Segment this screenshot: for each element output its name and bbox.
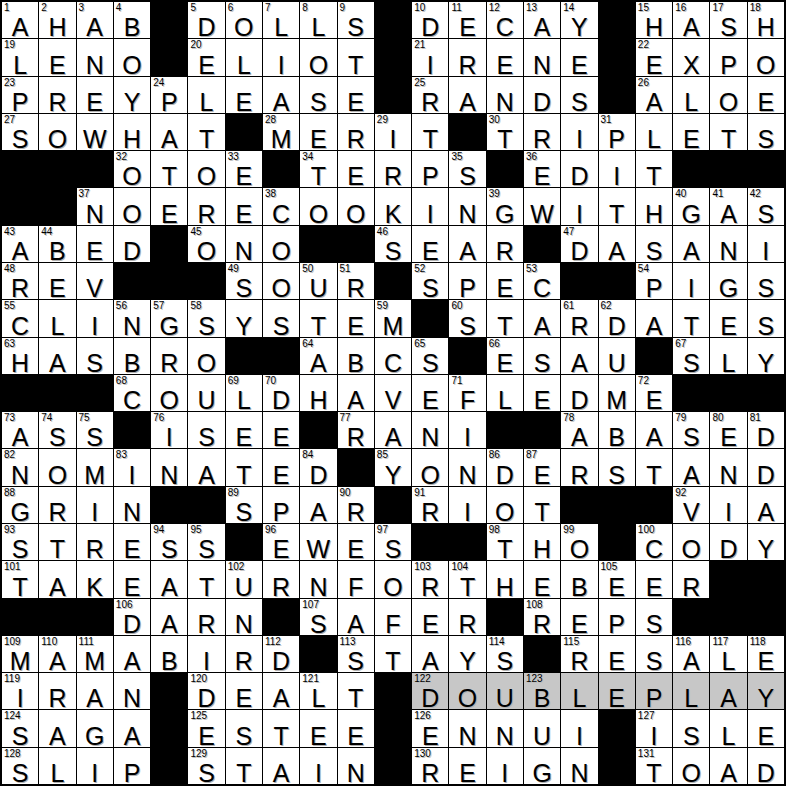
cell-r4c15[interactable]: R xyxy=(524,114,560,150)
cell-r18c4[interactable]: A xyxy=(114,636,150,672)
cell-r8c13[interactable]: P xyxy=(449,263,485,299)
cell-r9c3[interactable]: I xyxy=(77,300,113,336)
cell-r8c7[interactable]: 49S xyxy=(226,263,262,299)
cell-r7c4[interactable]: D xyxy=(114,226,150,262)
cell-r18c2[interactable]: 110A xyxy=(39,636,75,672)
cell-r3c16[interactable]: S xyxy=(561,77,597,113)
cell-r12c18[interactable]: A xyxy=(636,412,672,448)
cell-r6c7[interactable]: E xyxy=(226,188,262,224)
cell-r5c13[interactable]: 35S xyxy=(449,151,485,187)
cell-r6c18[interactable]: H xyxy=(636,188,672,224)
cell-r4c14[interactable]: 30T xyxy=(487,114,523,150)
cell-r16c2[interactable]: A xyxy=(39,561,75,597)
cell-r16c11[interactable]: O xyxy=(375,561,411,597)
cell-r12c3[interactable]: 75S xyxy=(77,412,113,448)
cell-r19c18[interactable]: P xyxy=(636,673,672,709)
cell-r6c9[interactable]: O xyxy=(300,188,336,224)
cell-r19c1[interactable]: 119I xyxy=(2,673,38,709)
cell-r6c3[interactable]: 37N xyxy=(77,188,113,224)
cell-r18c5[interactable]: B xyxy=(151,636,187,672)
cell-r1c19[interactable]: 16A xyxy=(673,2,709,38)
cell-r13c12[interactable]: O xyxy=(412,449,448,485)
cell-r10c1[interactable]: 63H xyxy=(2,338,38,374)
cell-r3c12[interactable]: 25R xyxy=(412,77,448,113)
cell-r7c7[interactable]: N xyxy=(226,226,262,262)
cell-r14c15[interactable]: T xyxy=(524,487,560,523)
cell-r7c12[interactable]: E xyxy=(412,226,448,262)
cell-r16c19[interactable]: R xyxy=(673,561,709,597)
cell-r10c21[interactable]: Y xyxy=(748,338,784,374)
cell-r3c19[interactable]: L xyxy=(673,77,709,113)
cell-r9c13[interactable]: 60S xyxy=(449,300,485,336)
cell-r4c8[interactable]: 28M xyxy=(263,114,299,150)
cell-r2c4[interactable]: O xyxy=(114,39,150,75)
cell-r16c18[interactable]: E xyxy=(636,561,672,597)
cell-r19c10[interactable]: T xyxy=(338,673,374,709)
cell-r19c8[interactable]: A xyxy=(263,673,299,709)
cell-r15c20[interactable]: D xyxy=(710,524,746,560)
cell-r7c2[interactable]: 44B xyxy=(39,226,75,262)
cell-r16c14[interactable]: H xyxy=(487,561,523,597)
cell-r4c6[interactable]: T xyxy=(188,114,224,150)
cell-r19c2[interactable]: R xyxy=(39,673,75,709)
cell-r13c18[interactable]: T xyxy=(636,449,672,485)
cell-r13c15[interactable]: 87E xyxy=(524,449,560,485)
cell-r3c14[interactable]: N xyxy=(487,77,523,113)
cell-r2c3[interactable]: N xyxy=(77,39,113,75)
cell-r18c3[interactable]: 111M xyxy=(77,636,113,672)
cell-r11c11[interactable]: V xyxy=(375,375,411,411)
cell-r7c17[interactable]: A xyxy=(599,226,635,262)
cell-r7c6[interactable]: 45O xyxy=(188,226,224,262)
cell-r10c17[interactable]: U xyxy=(599,338,635,374)
cell-r15c18[interactable]: 100C xyxy=(636,524,672,560)
cell-r12c19[interactable]: 79S xyxy=(673,412,709,448)
cell-r5c18[interactable]: T xyxy=(636,151,672,187)
cell-r4c18[interactable]: L xyxy=(636,114,672,150)
cell-r9c7[interactable]: Y xyxy=(226,300,262,336)
cell-r20c20[interactable]: L xyxy=(710,710,746,746)
cell-r3c13[interactable]: A xyxy=(449,77,485,113)
cell-r14c20[interactable]: I xyxy=(710,487,746,523)
cell-r15c5[interactable]: 94S xyxy=(151,524,187,560)
cell-r21c1[interactable]: 128S xyxy=(2,748,38,784)
cell-r19c9[interactable]: 121L xyxy=(300,673,336,709)
cell-r14c9[interactable]: A xyxy=(300,487,336,523)
cell-r10c2[interactable]: A xyxy=(39,338,75,374)
cell-r6c10[interactable]: O xyxy=(338,188,374,224)
cell-r6c11[interactable]: K xyxy=(375,188,411,224)
cell-r16c12[interactable]: 103R xyxy=(412,561,448,597)
cell-r20c18[interactable]: 127I xyxy=(636,710,672,746)
cell-r9c21[interactable]: S xyxy=(748,300,784,336)
cell-r19c7[interactable]: E xyxy=(226,673,262,709)
cell-r6c12[interactable]: I xyxy=(412,188,448,224)
cell-r15c8[interactable]: 96E xyxy=(263,524,299,560)
cell-r3c21[interactable]: E xyxy=(748,77,784,113)
cell-r11c18[interactable]: 72E xyxy=(636,375,672,411)
cell-r1c16[interactable]: 14Y xyxy=(561,2,597,38)
cell-r10c19[interactable]: 67S xyxy=(673,338,709,374)
cell-r9c4[interactable]: 56N xyxy=(114,300,150,336)
cell-r6c16[interactable]: I xyxy=(561,188,597,224)
cell-r19c4[interactable]: N xyxy=(114,673,150,709)
cell-r4c16[interactable]: I xyxy=(561,114,597,150)
cell-r19c12[interactable]: 122D xyxy=(412,673,448,709)
cell-r13c1[interactable]: 82N xyxy=(2,449,38,485)
cell-r18c11[interactable]: T xyxy=(375,636,411,672)
cell-r3c6[interactable]: L xyxy=(188,77,224,113)
cell-r2c10[interactable]: T xyxy=(338,39,374,75)
cell-r14c7[interactable]: 89S xyxy=(226,487,262,523)
cell-r1c20[interactable]: 17S xyxy=(710,2,746,38)
cell-r18c17[interactable]: E xyxy=(599,636,635,672)
cell-r18c21[interactable]: 118E xyxy=(748,636,784,672)
cell-r4c9[interactable]: E xyxy=(300,114,336,150)
cell-r21c15[interactable]: G xyxy=(524,748,560,784)
cell-r15c10[interactable]: E xyxy=(338,524,374,560)
cell-r2c1[interactable]: 19L xyxy=(2,39,38,75)
cell-r21c10[interactable]: N xyxy=(338,748,374,784)
cell-r12c11[interactable]: A xyxy=(375,412,411,448)
cell-r12c10[interactable]: 77R xyxy=(338,412,374,448)
cell-r11c17[interactable]: M xyxy=(599,375,635,411)
cell-r15c6[interactable]: 95S xyxy=(188,524,224,560)
cell-r17c6[interactable]: R xyxy=(188,599,224,635)
cell-r18c19[interactable]: 116A xyxy=(673,636,709,672)
cell-r9c11[interactable]: 59M xyxy=(375,300,411,336)
cell-r3c20[interactable]: O xyxy=(710,77,746,113)
cell-r16c9[interactable]: N xyxy=(300,561,336,597)
cell-r20c8[interactable]: T xyxy=(263,710,299,746)
cell-r16c16[interactable]: B xyxy=(561,561,597,597)
cell-r17c12[interactable]: E xyxy=(412,599,448,635)
cell-r20c21[interactable]: E xyxy=(748,710,784,746)
cell-r20c16[interactable]: I xyxy=(561,710,597,746)
cell-r8c14[interactable]: E xyxy=(487,263,523,299)
cell-r8c8[interactable]: O xyxy=(263,263,299,299)
cell-r12c20[interactable]: 80E xyxy=(710,412,746,448)
cell-r10c16[interactable]: A xyxy=(561,338,597,374)
cell-r19c20[interactable]: A xyxy=(710,673,746,709)
cell-r19c16[interactable]: L xyxy=(561,673,597,709)
cell-r15c1[interactable]: 93S xyxy=(2,524,38,560)
cell-r2c6[interactable]: 20E xyxy=(188,39,224,75)
cell-r8c1[interactable]: 48R xyxy=(2,263,38,299)
cell-r14c1[interactable]: 88G xyxy=(2,487,38,523)
cell-r8c10[interactable]: 51R xyxy=(338,263,374,299)
cell-r19c13[interactable]: O xyxy=(449,673,485,709)
cell-r13c4[interactable]: 83I xyxy=(114,449,150,485)
cell-r8c18[interactable]: 54P xyxy=(636,263,672,299)
cell-r3c1[interactable]: 23P xyxy=(2,77,38,113)
cell-r9c9[interactable]: T xyxy=(300,300,336,336)
cell-r1c21[interactable]: 18H xyxy=(748,2,784,38)
cell-r4c21[interactable]: S xyxy=(748,114,784,150)
cell-r10c9[interactable]: 64A xyxy=(300,338,336,374)
cell-r5c4[interactable]: 32O xyxy=(114,151,150,187)
cell-r16c10[interactable]: F xyxy=(338,561,374,597)
cell-r9c20[interactable]: E xyxy=(710,300,746,336)
cell-r18c18[interactable]: S xyxy=(636,636,672,672)
cell-r17c17[interactable]: P xyxy=(599,599,635,635)
cell-r14c2[interactable]: R xyxy=(39,487,75,523)
cell-r4c20[interactable]: T xyxy=(710,114,746,150)
cell-r1c2[interactable]: 2H xyxy=(39,2,75,38)
cell-r11c16[interactable]: D xyxy=(561,375,597,411)
cell-r20c12[interactable]: 126E xyxy=(412,710,448,746)
cell-r15c9[interactable]: W xyxy=(300,524,336,560)
cell-r11c10[interactable]: A xyxy=(338,375,374,411)
cell-r19c21[interactable]: Y xyxy=(748,673,784,709)
cell-r21c9[interactable]: I xyxy=(300,748,336,784)
cell-r6c6[interactable]: R xyxy=(188,188,224,224)
cell-r9c18[interactable]: A xyxy=(636,300,672,336)
cell-r11c5[interactable]: O xyxy=(151,375,187,411)
cell-r18c13[interactable]: Y xyxy=(449,636,485,672)
cell-r5c16[interactable]: D xyxy=(561,151,597,187)
cell-r20c13[interactable]: N xyxy=(449,710,485,746)
cell-r7c14[interactable]: R xyxy=(487,226,523,262)
cell-r1c7[interactable]: 6O xyxy=(226,2,262,38)
cell-r6c4[interactable]: O xyxy=(114,188,150,224)
cell-r18c16[interactable]: 115R xyxy=(561,636,597,672)
cell-r16c6[interactable]: T xyxy=(188,561,224,597)
cell-r6c20[interactable]: 41A xyxy=(710,188,746,224)
cell-r4c10[interactable]: R xyxy=(338,114,374,150)
cell-r2c21[interactable]: O xyxy=(748,39,784,75)
cell-r6c13[interactable]: N xyxy=(449,188,485,224)
cell-r5c9[interactable]: 34T xyxy=(300,151,336,187)
cell-r13c5[interactable]: N xyxy=(151,449,187,485)
cell-r17c15[interactable]: 108R xyxy=(524,599,560,635)
cell-r18c14[interactable]: 114S xyxy=(487,636,523,672)
cell-r15c11[interactable]: 97S xyxy=(375,524,411,560)
cell-r9c1[interactable]: 55C xyxy=(2,300,38,336)
cell-r19c14[interactable]: U xyxy=(487,673,523,709)
cell-r3c2[interactable]: R xyxy=(39,77,75,113)
cell-r1c1[interactable]: 1A xyxy=(2,2,38,38)
cell-r7c1[interactable]: 43A xyxy=(2,226,38,262)
cell-r11c4[interactable]: 68C xyxy=(114,375,150,411)
cell-r1c15[interactable]: 13A xyxy=(524,2,560,38)
cell-r10c5[interactable]: R xyxy=(151,338,187,374)
cell-r9c5[interactable]: 57G xyxy=(151,300,187,336)
cell-r3c18[interactable]: 26A xyxy=(636,77,672,113)
cell-r19c3[interactable]: A xyxy=(77,673,113,709)
cell-r13c7[interactable]: T xyxy=(226,449,262,485)
cell-r6c17[interactable]: T xyxy=(599,188,635,224)
cell-r11c15[interactable]: E xyxy=(524,375,560,411)
cell-r9c14[interactable]: T xyxy=(487,300,523,336)
cell-r13c8[interactable]: E xyxy=(263,449,299,485)
cell-r10c12[interactable]: 65S xyxy=(412,338,448,374)
cell-r19c17[interactable]: E xyxy=(599,673,635,709)
cell-r17c11[interactable]: F xyxy=(375,599,411,635)
cell-r18c6[interactable]: I xyxy=(188,636,224,672)
cell-r13c2[interactable]: O xyxy=(39,449,75,485)
cell-r12c6[interactable]: S xyxy=(188,412,224,448)
cell-r4c5[interactable]: A xyxy=(151,114,187,150)
cell-r14c8[interactable]: P xyxy=(263,487,299,523)
cell-r11c8[interactable]: 70D xyxy=(263,375,299,411)
cell-r8c20[interactable]: G xyxy=(710,263,746,299)
cell-r8c15[interactable]: 53C xyxy=(524,263,560,299)
cell-r3c15[interactable]: D xyxy=(524,77,560,113)
cell-r7c16[interactable]: 47D xyxy=(561,226,597,262)
cell-r16c15[interactable]: E xyxy=(524,561,560,597)
cell-r21c4[interactable]: P xyxy=(114,748,150,784)
cell-r3c10[interactable]: E xyxy=(338,77,374,113)
cell-r4c3[interactable]: W xyxy=(77,114,113,150)
cell-r14c14[interactable]: O xyxy=(487,487,523,523)
cell-r13c14[interactable]: 86D xyxy=(487,449,523,485)
cell-r14c12[interactable]: 91R xyxy=(412,487,448,523)
cell-r18c10[interactable]: 113S xyxy=(338,636,374,672)
cell-r5c6[interactable]: O xyxy=(188,151,224,187)
cell-r10c11[interactable]: C xyxy=(375,338,411,374)
cell-r10c10[interactable]: B xyxy=(338,338,374,374)
cell-r8c9[interactable]: 50U xyxy=(300,263,336,299)
cell-r18c12[interactable]: A xyxy=(412,636,448,672)
cell-r20c14[interactable]: N xyxy=(487,710,523,746)
cell-r15c16[interactable]: 99O xyxy=(561,524,597,560)
cell-r20c1[interactable]: 124S xyxy=(2,710,38,746)
cell-r4c1[interactable]: 27S xyxy=(2,114,38,150)
cell-r10c3[interactable]: S xyxy=(77,338,113,374)
cell-r9c15[interactable]: A xyxy=(524,300,560,336)
cell-r6c21[interactable]: 42S xyxy=(748,188,784,224)
cell-r19c15[interactable]: 123B xyxy=(524,673,560,709)
cell-r12c8[interactable]: E xyxy=(263,412,299,448)
cell-r15c19[interactable]: O xyxy=(673,524,709,560)
cell-r17c18[interactable]: S xyxy=(636,599,672,635)
cell-r7c21[interactable]: I xyxy=(748,226,784,262)
cell-r2c8[interactable]: I xyxy=(263,39,299,75)
cell-r2c19[interactable]: X xyxy=(673,39,709,75)
cell-r17c7[interactable]: N xyxy=(226,599,262,635)
cell-r2c20[interactable]: P xyxy=(710,39,746,75)
cell-r9c6[interactable]: 58S xyxy=(188,300,224,336)
cell-r18c20[interactable]: 117L xyxy=(710,636,746,672)
cell-r1c6[interactable]: 5D xyxy=(188,2,224,38)
cell-r10c4[interactable]: B xyxy=(114,338,150,374)
cell-r12c12[interactable]: N xyxy=(412,412,448,448)
cell-r1c9[interactable]: 8L xyxy=(300,2,336,38)
cell-r7c13[interactable]: A xyxy=(449,226,485,262)
cell-r1c10[interactable]: 9S xyxy=(338,2,374,38)
cell-r2c9[interactable]: O xyxy=(300,39,336,75)
cell-r8c19[interactable]: I xyxy=(673,263,709,299)
cell-r3c5[interactable]: 24P xyxy=(151,77,187,113)
cell-r17c4[interactable]: 106D xyxy=(114,599,150,635)
cell-r14c4[interactable]: N xyxy=(114,487,150,523)
cell-r15c14[interactable]: 98T xyxy=(487,524,523,560)
cell-r13c13[interactable]: N xyxy=(449,449,485,485)
cell-r14c21[interactable]: A xyxy=(748,487,784,523)
cell-r20c2[interactable]: A xyxy=(39,710,75,746)
cell-r9c17[interactable]: 62D xyxy=(599,300,635,336)
cell-r15c2[interactable]: T xyxy=(39,524,75,560)
cell-r1c8[interactable]: 7L xyxy=(263,2,299,38)
cell-r16c5[interactable]: A xyxy=(151,561,187,597)
cell-r13c6[interactable]: A xyxy=(188,449,224,485)
cell-r14c19[interactable]: 92V xyxy=(673,487,709,523)
cell-r15c3[interactable]: R xyxy=(77,524,113,560)
cell-r13c21[interactable]: D xyxy=(748,449,784,485)
cell-r21c8[interactable]: A xyxy=(263,748,299,784)
cell-r2c14[interactable]: E xyxy=(487,39,523,75)
cell-r10c20[interactable]: L xyxy=(710,338,746,374)
cell-r1c18[interactable]: 15H xyxy=(636,2,672,38)
cell-r1c12[interactable]: 10D xyxy=(412,2,448,38)
cell-r3c4[interactable]: Y xyxy=(114,77,150,113)
cell-r13c9[interactable]: 84D xyxy=(300,449,336,485)
cell-r5c12[interactable]: P xyxy=(412,151,448,187)
cell-r3c3[interactable]: E xyxy=(77,77,113,113)
cell-r14c13[interactable]: I xyxy=(449,487,485,523)
cell-r21c6[interactable]: 129S xyxy=(188,748,224,784)
cell-r21c18[interactable]: 131T xyxy=(636,748,672,784)
cell-r4c17[interactable]: 31P xyxy=(599,114,635,150)
cell-r18c1[interactable]: 109M xyxy=(2,636,38,672)
cell-r12c5[interactable]: 76I xyxy=(151,412,187,448)
cell-r10c6[interactable]: O xyxy=(188,338,224,374)
cell-r7c19[interactable]: A xyxy=(673,226,709,262)
cell-r7c11[interactable]: 46S xyxy=(375,226,411,262)
cell-r16c13[interactable]: 104T xyxy=(449,561,485,597)
cell-r19c19[interactable]: L xyxy=(673,673,709,709)
cell-r8c2[interactable]: E xyxy=(39,263,75,299)
cell-r6c19[interactable]: 40G xyxy=(673,188,709,224)
cell-r13c11[interactable]: 85Y xyxy=(375,449,411,485)
cell-r14c10[interactable]: 90R xyxy=(338,487,374,523)
cell-r4c11[interactable]: 29I xyxy=(375,114,411,150)
cell-r11c14[interactable]: L xyxy=(487,375,523,411)
cell-r20c4[interactable]: A xyxy=(114,710,150,746)
cell-r9c10[interactable]: E xyxy=(338,300,374,336)
cell-r6c8[interactable]: 38C xyxy=(263,188,299,224)
cell-r7c20[interactable]: N xyxy=(710,226,746,262)
cell-r2c2[interactable]: E xyxy=(39,39,75,75)
cell-r2c13[interactable]: R xyxy=(449,39,485,75)
cell-r1c4[interactable]: 4B xyxy=(114,2,150,38)
cell-r13c19[interactable]: A xyxy=(673,449,709,485)
cell-r5c10[interactable]: E xyxy=(338,151,374,187)
cell-r21c20[interactable]: A xyxy=(710,748,746,784)
cell-r14c3[interactable]: I xyxy=(77,487,113,523)
cell-r13c16[interactable]: R xyxy=(561,449,597,485)
cell-r7c3[interactable]: E xyxy=(77,226,113,262)
cell-r21c14[interactable]: I xyxy=(487,748,523,784)
cell-r4c19[interactable]: E xyxy=(673,114,709,150)
cell-r15c4[interactable]: E xyxy=(114,524,150,560)
cell-r20c6[interactable]: 125E xyxy=(188,710,224,746)
cell-r17c9[interactable]: 107S xyxy=(300,599,336,635)
cell-r21c3[interactable]: I xyxy=(77,748,113,784)
cell-r11c12[interactable]: E xyxy=(412,375,448,411)
cell-r16c4[interactable]: E xyxy=(114,561,150,597)
cell-r7c18[interactable]: S xyxy=(636,226,672,262)
cell-r1c14[interactable]: 12C xyxy=(487,2,523,38)
cell-r2c12[interactable]: 21I xyxy=(412,39,448,75)
cell-r16c7[interactable]: 102U xyxy=(226,561,262,597)
cell-r16c8[interactable]: R xyxy=(263,561,299,597)
cell-r21c7[interactable]: T xyxy=(226,748,262,784)
cell-r3c7[interactable]: E xyxy=(226,77,262,113)
cell-r21c21[interactable]: D xyxy=(748,748,784,784)
cell-r16c17[interactable]: 105E xyxy=(599,561,635,597)
